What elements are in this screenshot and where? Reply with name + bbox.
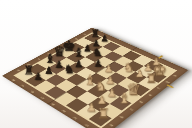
coordinate-label: 3 (146, 50, 157, 57)
chess-board: aa88bb77cc66dd55ee44ff33gg22hh11 ♜♝♛♚♜♟♟… (2, 28, 188, 128)
square-d2[interactable] (108, 84, 129, 97)
board-frame: aa88bb77cc66dd55ee44ff33gg22hh11 ♜♝♛♚♜♟♟… (2, 28, 188, 128)
square-a7[interactable] (26, 75, 46, 87)
coordinate-label: 2 (156, 55, 167, 62)
square-b3[interactable] (77, 91, 98, 104)
coordinate-label: 8 (97, 29, 108, 35)
square-c4[interactable] (76, 79, 97, 91)
square-b1[interactable] (100, 104, 122, 118)
coordinate-label: 1 (168, 59, 179, 66)
square-e1[interactable] (129, 84, 150, 97)
square-b2[interactable] (88, 98, 110, 112)
square-a1[interactable] (89, 111, 112, 126)
coordinate-label: 7 (106, 33, 117, 39)
square-d1[interactable] (120, 90, 141, 103)
square-b4[interactable] (66, 85, 87, 98)
squares-grid (16, 34, 174, 127)
square-b5[interactable] (56, 80, 77, 92)
square-d3[interactable] (97, 79, 118, 91)
square-a5[interactable] (45, 86, 66, 99)
square-e3[interactable] (107, 72, 127, 84)
square-b6[interactable] (46, 74, 66, 86)
coordinate-label: 6 (115, 37, 126, 43)
square-a2[interactable] (77, 105, 99, 119)
square-a3[interactable] (66, 98, 88, 112)
square-e2[interactable] (118, 78, 138, 90)
square-d4[interactable] (86, 73, 106, 85)
square-c2[interactable] (98, 91, 119, 104)
coordinate-label: 5 (125, 41, 136, 47)
chess-set-photo: aa88bb77cc66dd55ee44ff33gg22hh11 ♜♝♛♚♜♟♟… (0, 0, 192, 128)
square-f2[interactable] (127, 72, 147, 84)
brass-clasp-icon (166, 84, 174, 88)
square-c5[interactable] (66, 74, 86, 86)
square-c3[interactable] (87, 85, 108, 98)
coordinate-label: 4 (135, 45, 146, 51)
square-f1[interactable] (138, 77, 158, 89)
square-g1[interactable] (147, 71, 167, 83)
square-a6[interactable] (35, 80, 56, 92)
square-a4[interactable] (55, 92, 77, 105)
square-c1[interactable] (110, 97, 132, 111)
maple-inlay-border (13, 32, 177, 128)
